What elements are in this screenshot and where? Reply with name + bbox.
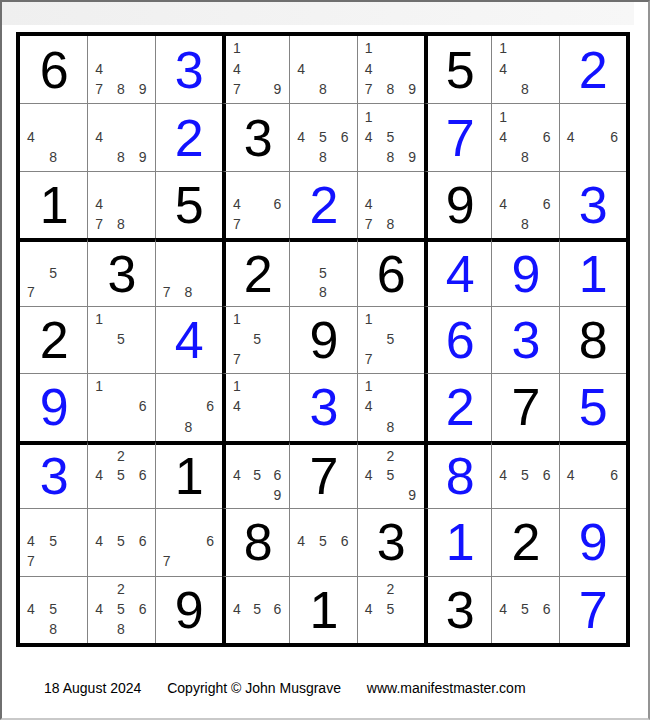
cell-r9c8[interactable]: 456: [491, 576, 558, 643]
cell-r9c6[interactable]: 245: [357, 576, 424, 643]
candidate-8: 8: [516, 214, 533, 234]
candidate-7: 7: [233, 214, 249, 234]
given-digit: 9: [446, 179, 474, 231]
pencil-marks: 48: [20, 104, 87, 170]
candidate-4: 4: [95, 58, 112, 78]
candidate-7: 7: [365, 214, 382, 234]
candidate-1: 1: [499, 38, 516, 58]
candidate-5: 5: [249, 466, 265, 485]
candidate-4: 4: [95, 466, 112, 485]
candidate-5: 5: [112, 531, 129, 551]
pencil-marks: 157: [358, 307, 424, 373]
pencil-marks: 456: [492, 445, 558, 508]
candidate-2: 2: [382, 447, 399, 466]
cell-r8c5[interactable]: 456: [289, 508, 356, 575]
cell-r1c8[interactable]: 148: [491, 36, 558, 103]
candidate-1: 1: [95, 309, 112, 329]
solved-digit: 2: [310, 179, 338, 231]
solved-digit: 7: [579, 584, 607, 636]
cell-r7c1[interactable]: 3: [20, 441, 87, 508]
candidate-4: 4: [297, 127, 314, 147]
candidate-7: 7: [163, 551, 180, 571]
pencil-marks: 4789: [88, 36, 154, 103]
candidate-8: 8: [382, 417, 399, 437]
candidate-6: 6: [332, 531, 349, 551]
candidate-5: 5: [314, 127, 331, 147]
candidate-7: 7: [365, 349, 382, 369]
candidate-8: 8: [112, 147, 129, 167]
cell-r3c5[interactable]: 2: [289, 171, 356, 238]
candidate-4: 4: [499, 127, 516, 147]
candidate-8: 8: [180, 417, 197, 437]
candidate-1: 1: [365, 106, 382, 126]
candidate-5: 5: [382, 599, 399, 619]
solved-digit: 7: [446, 112, 474, 164]
cell-r2c2[interactable]: 489: [87, 103, 154, 170]
pencil-marks: 46: [560, 445, 626, 508]
solved-digit: 2: [175, 112, 203, 164]
cell-r8c1[interactable]: 457: [20, 508, 87, 575]
cell-r6c2[interactable]: 16: [87, 373, 154, 440]
candidate-9: 9: [265, 79, 281, 99]
sudoku-board: 6478931479481478951482484892345681458971…: [16, 32, 630, 647]
candidate-4: 4: [365, 58, 382, 78]
candidate-5: 5: [314, 531, 331, 551]
candidate-7: 7: [233, 349, 249, 369]
cell-r6c6[interactable]: 148: [357, 373, 424, 440]
candidate-7: 7: [233, 79, 249, 99]
candidate-4: 4: [567, 466, 584, 485]
cell-r7c3[interactable]: 1: [155, 441, 222, 508]
cell-r3c7[interactable]: 9: [424, 171, 491, 238]
pencil-marks: 157: [226, 307, 289, 373]
cell-r4c7[interactable]: 4: [424, 238, 491, 305]
cell-r9c1[interactable]: 458: [20, 576, 87, 643]
pencil-marks: 15: [88, 307, 154, 373]
given-digit: 8: [579, 314, 607, 366]
candidate-5: 5: [382, 329, 399, 349]
solved-digit: 6: [446, 314, 474, 366]
pencil-marks: 489: [88, 104, 154, 170]
candidate-1: 1: [233, 376, 249, 396]
candidate-4: 4: [27, 599, 44, 619]
candidate-2: 2: [112, 579, 129, 599]
candidate-6: 6: [534, 599, 551, 619]
candidate-4: 4: [365, 396, 382, 416]
cell-r8c2[interactable]: 456: [87, 508, 154, 575]
candidate-8: 8: [44, 619, 61, 639]
candidate-4: 4: [297, 58, 314, 78]
cell-r5c5[interactable]: 9: [289, 306, 356, 373]
candidate-7: 7: [365, 79, 382, 99]
candidate-4: 4: [95, 194, 112, 214]
solved-digit: 4: [446, 248, 474, 300]
pencil-marks: 458: [20, 577, 87, 643]
pencil-marks: 14: [226, 374, 289, 440]
candidate-4: 4: [365, 466, 382, 485]
cell-r4c1[interactable]: 57: [20, 238, 87, 305]
candidate-7: 7: [27, 283, 44, 302]
candidate-5: 5: [516, 466, 533, 485]
cell-r3c4[interactable]: 467: [222, 171, 289, 238]
candidate-8: 8: [314, 147, 331, 167]
cell-r3c9[interactable]: 3: [559, 171, 626, 238]
candidate-4: 4: [297, 531, 314, 551]
cell-r5c1[interactable]: 2: [20, 306, 87, 373]
pencil-marks: 468: [492, 172, 558, 238]
cell-r9c5[interactable]: 1: [289, 576, 356, 643]
candidate-2: 2: [382, 579, 399, 599]
cell-r3c1[interactable]: 1: [20, 171, 87, 238]
footer-date: 18 August 2024: [44, 680, 141, 696]
given-digit: 2: [512, 516, 540, 568]
cell-r4c2[interactable]: 3: [87, 238, 154, 305]
cell-r3c8[interactable]: 468: [491, 171, 558, 238]
given-digit: 1: [175, 450, 203, 502]
cell-r1c5[interactable]: 48: [289, 36, 356, 103]
candidate-4: 4: [95, 127, 112, 147]
solved-digit: 9: [512, 248, 540, 300]
given-digit: 1: [310, 584, 338, 636]
candidate-5: 5: [249, 599, 265, 619]
solved-digit: 8: [446, 450, 474, 502]
cell-r7c4[interactable]: 4569: [222, 441, 289, 508]
candidate-4: 4: [95, 599, 112, 619]
cell-r2c4[interactable]: 3: [222, 103, 289, 170]
given-digit: 7: [310, 450, 338, 502]
solved-digit: 1: [579, 248, 607, 300]
cell-r8c8[interactable]: 2: [491, 508, 558, 575]
candidate-6: 6: [265, 466, 281, 485]
candidate-1: 1: [365, 38, 382, 58]
cell-r6c7[interactable]: 2: [424, 373, 491, 440]
cell-r9c3[interactable]: 9: [155, 576, 222, 643]
pencil-marks: 67: [156, 509, 222, 575]
pencil-marks: 16: [88, 374, 154, 440]
candidate-8: 8: [314, 79, 331, 99]
candidate-4: 4: [499, 194, 516, 214]
pencil-marks: 148: [492, 36, 558, 103]
cell-r2c8[interactable]: 1468: [491, 103, 558, 170]
cell-r5c8[interactable]: 3: [491, 306, 558, 373]
solved-digit: 9: [40, 381, 68, 433]
pencil-marks: 68: [156, 374, 222, 440]
given-digit: 3: [244, 112, 272, 164]
footer-website: www.manifestmaster.com: [367, 680, 526, 696]
solved-digit: 2: [579, 44, 607, 96]
cell-r1c4[interactable]: 1479: [222, 36, 289, 103]
pencil-marks: 4569: [226, 445, 289, 508]
candidate-6: 6: [265, 194, 281, 214]
candidate-6: 6: [197, 531, 214, 551]
given-digit: 6: [377, 248, 405, 300]
cell-r6c3[interactable]: 68: [155, 373, 222, 440]
candidate-8: 8: [112, 214, 129, 234]
footer-copyright: Copyright © John Musgrave: [167, 680, 341, 696]
given-digit: 9: [175, 584, 203, 636]
pencil-marks: 478: [88, 172, 154, 238]
pencil-marks: 467: [226, 172, 289, 238]
candidate-8: 8: [516, 79, 533, 99]
cell-r5c7[interactable]: 6: [424, 306, 491, 373]
candidate-5: 5: [516, 599, 533, 619]
given-digit: 9: [310, 314, 338, 366]
cell-r2c1[interactable]: 48: [20, 103, 87, 170]
window-titlebar: [2, 2, 634, 25]
candidate-5: 5: [382, 127, 399, 147]
given-digit: 2: [244, 248, 272, 300]
candidate-4: 4: [233, 396, 249, 416]
candidate-8: 8: [180, 283, 197, 302]
cell-r8c9[interactable]: 9: [559, 508, 626, 575]
cell-r2c7[interactable]: 7: [424, 103, 491, 170]
candidate-1: 1: [233, 38, 249, 58]
cell-r9c4[interactable]: 456: [222, 576, 289, 643]
candidate-6: 6: [601, 466, 618, 485]
pencil-marks: 58: [290, 242, 356, 305]
candidate-4: 4: [499, 466, 516, 485]
pencil-marks: 456: [226, 577, 289, 643]
cell-r4c9[interactable]: 1: [559, 238, 626, 305]
candidate-4: 4: [365, 127, 382, 147]
candidate-6: 6: [265, 599, 281, 619]
candidate-8: 8: [516, 147, 533, 167]
cell-r6c9[interactable]: 5: [559, 373, 626, 440]
candidate-8: 8: [382, 79, 399, 99]
pencil-marks: 78: [156, 242, 222, 305]
pencil-marks: 2459: [358, 445, 424, 508]
cell-r1c1[interactable]: 6: [20, 36, 87, 103]
given-digit: 8: [244, 516, 272, 568]
cell-r4c8[interactable]: 9: [491, 238, 558, 305]
pencil-marks: 456: [492, 577, 558, 643]
cell-r8c7[interactable]: 1: [424, 508, 491, 575]
cell-r5c3[interactable]: 4: [155, 306, 222, 373]
candidate-9: 9: [399, 485, 416, 504]
given-digit: 5: [446, 44, 474, 96]
solved-digit: 2: [446, 381, 474, 433]
candidate-6: 6: [130, 531, 147, 551]
cell-r6c5[interactable]: 3: [289, 373, 356, 440]
cell-r9c9[interactable]: 7: [559, 576, 626, 643]
candidate-4: 4: [499, 58, 516, 78]
cell-r7c9[interactable]: 46: [559, 441, 626, 508]
candidate-4: 4: [233, 58, 249, 78]
pencil-marks: 48: [290, 36, 356, 103]
candidate-7: 7: [163, 283, 180, 302]
cell-r6c8[interactable]: 7: [491, 373, 558, 440]
cell-r7c6[interactable]: 2459: [357, 441, 424, 508]
candidate-5: 5: [249, 329, 265, 349]
cell-r8c3[interactable]: 67: [155, 508, 222, 575]
cell-r2c6[interactable]: 14589: [357, 103, 424, 170]
cell-r5c2[interactable]: 15: [87, 306, 154, 373]
given-digit: 6: [40, 44, 68, 96]
candidate-4: 4: [27, 127, 44, 147]
given-digit: 7: [512, 381, 540, 433]
solved-digit: 3: [175, 44, 203, 96]
cell-r7c5[interactable]: 7: [289, 441, 356, 508]
pencil-marks: 1468: [492, 104, 558, 170]
cell-r1c9[interactable]: 2: [559, 36, 626, 103]
solved-digit: 3: [40, 450, 68, 502]
candidate-5: 5: [314, 263, 331, 282]
candidate-9: 9: [130, 147, 147, 167]
candidate-1: 1: [95, 376, 112, 396]
candidate-6: 6: [130, 599, 147, 619]
candidate-4: 4: [567, 127, 584, 147]
candidate-8: 8: [112, 619, 129, 639]
given-digit: 3: [108, 248, 136, 300]
pencil-marks: 148: [358, 374, 424, 440]
pencil-marks: 457: [20, 509, 87, 575]
pencil-marks: 14589: [358, 104, 424, 170]
candidate-4: 4: [233, 466, 249, 485]
cell-r4c4[interactable]: 2: [222, 238, 289, 305]
candidate-8: 8: [44, 147, 61, 167]
candidate-4: 4: [233, 599, 249, 619]
cell-r2c3[interactable]: 2: [155, 103, 222, 170]
pencil-marks: 2456: [88, 445, 154, 508]
sudoku-app-window: { "game": "sudoku", "position": "6.3...5…: [0, 0, 650, 720]
candidate-1: 1: [365, 376, 382, 396]
cell-r5c6[interactable]: 157: [357, 306, 424, 373]
candidate-4: 4: [499, 599, 516, 619]
solved-digit: 3: [512, 314, 540, 366]
cell-r5c4[interactable]: 157: [222, 306, 289, 373]
candidate-7: 7: [27, 551, 44, 571]
candidate-9: 9: [130, 79, 147, 99]
candidate-4: 4: [95, 531, 112, 551]
pencil-marks: 57: [20, 242, 87, 305]
pencil-marks: 46: [560, 104, 626, 170]
candidate-6: 6: [534, 466, 551, 485]
candidate-2: 2: [112, 447, 129, 466]
cell-r4c6[interactable]: 6: [357, 238, 424, 305]
solved-digit: 3: [310, 381, 338, 433]
candidate-5: 5: [44, 263, 61, 282]
cell-r4c5[interactable]: 58: [289, 238, 356, 305]
given-digit: 3: [446, 584, 474, 636]
solved-digit: 1: [446, 516, 474, 568]
cell-r9c7[interactable]: 3: [424, 576, 491, 643]
cell-r1c7[interactable]: 5: [424, 36, 491, 103]
solved-digit: 9: [579, 516, 607, 568]
candidate-6: 6: [601, 127, 618, 147]
candidate-4: 4: [233, 194, 249, 214]
given-digit: 2: [40, 314, 68, 366]
cell-r7c7[interactable]: 8: [424, 441, 491, 508]
cell-r7c8[interactable]: 456: [491, 441, 558, 508]
candidate-9: 9: [399, 147, 416, 167]
candidate-6: 6: [130, 466, 147, 485]
candidate-9: 9: [399, 79, 416, 99]
cell-r6c4[interactable]: 14: [222, 373, 289, 440]
pencil-marks: 456: [290, 509, 356, 575]
cell-r5c9[interactable]: 8: [559, 306, 626, 373]
candidate-4: 4: [365, 599, 382, 619]
candidate-8: 8: [382, 147, 399, 167]
given-digit: 5: [175, 179, 203, 231]
candidate-6: 6: [534, 194, 551, 214]
pencil-marks: 24568: [88, 577, 154, 643]
candidate-8: 8: [382, 214, 399, 234]
candidate-4: 4: [27, 531, 44, 551]
candidate-1: 1: [499, 106, 516, 126]
candidate-6: 6: [130, 396, 147, 416]
cell-r4c3[interactable]: 78: [155, 238, 222, 305]
candidate-1: 1: [365, 309, 382, 329]
cell-r3c2[interactable]: 478: [87, 171, 154, 238]
candidate-8: 8: [112, 79, 129, 99]
pencil-marks: 4568: [290, 104, 356, 170]
cell-r9c2[interactable]: 24568: [87, 576, 154, 643]
cell-r1c2[interactable]: 4789: [87, 36, 154, 103]
cell-r6c1[interactable]: 9: [20, 373, 87, 440]
candidate-6: 6: [534, 127, 551, 147]
solved-digit: 5: [579, 381, 607, 433]
cell-r8c6[interactable]: 3: [357, 508, 424, 575]
cell-r2c9[interactable]: 46: [559, 103, 626, 170]
cell-r7c2[interactable]: 2456: [87, 441, 154, 508]
pencil-marks: 478: [358, 172, 424, 238]
candidate-5: 5: [112, 329, 129, 349]
candidate-5: 5: [44, 531, 61, 551]
candidate-7: 7: [95, 79, 112, 99]
pencil-marks: 1479: [226, 36, 289, 103]
cell-r3c3[interactable]: 5: [155, 171, 222, 238]
candidate-6: 6: [197, 396, 214, 416]
candidate-4: 4: [365, 194, 382, 214]
candidate-6: 6: [332, 127, 349, 147]
candidate-9: 9: [265, 485, 281, 504]
candidate-7: 7: [95, 214, 112, 234]
candidate-5: 5: [112, 466, 129, 485]
cell-r2c5[interactable]: 4568: [289, 103, 356, 170]
footer-credits: 18 August 2024 Copyright © John Musgrave…: [44, 680, 526, 696]
candidate-5: 5: [112, 599, 129, 619]
pencil-marks: 456: [88, 509, 154, 575]
candidate-1: 1: [233, 309, 249, 329]
candidate-8: 8: [314, 283, 331, 302]
cell-r8c4[interactable]: 8: [222, 508, 289, 575]
cell-r1c3[interactable]: 3: [155, 36, 222, 103]
cell-r3c6[interactable]: 478: [357, 171, 424, 238]
candidate-5: 5: [44, 599, 61, 619]
solved-digit: 3: [579, 179, 607, 231]
cell-r1c6[interactable]: 14789: [357, 36, 424, 103]
given-digit: 1: [40, 179, 68, 231]
pencil-marks: 14789: [358, 36, 424, 103]
candidate-5: 5: [382, 466, 399, 485]
pencil-marks: 245: [358, 577, 424, 643]
given-digit: 3: [377, 516, 405, 568]
solved-digit: 4: [175, 314, 203, 366]
